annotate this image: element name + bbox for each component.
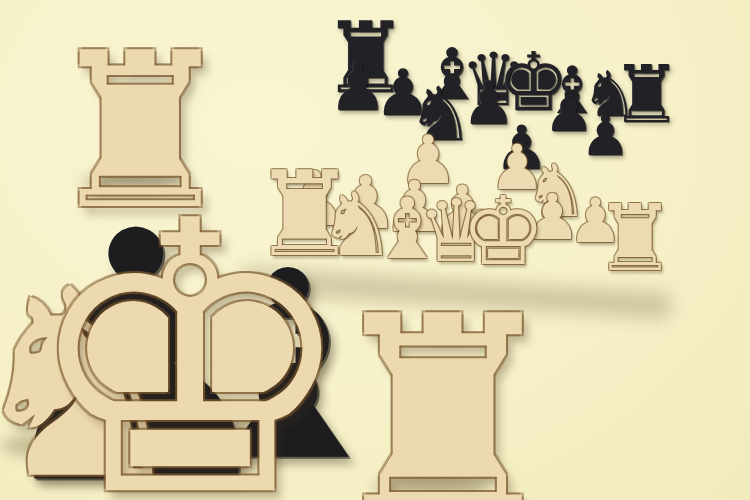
large-white-king: ♚ xyxy=(22,173,358,500)
large-white-rook-right: ♜ xyxy=(317,279,568,500)
piece-white-r-h1[interactable]: ♜ xyxy=(594,193,676,285)
photo-scene: ♜♝♛♚♟♝♟♞♜♟♟♞♟♟♟♟♞♟♟♟♟♟♟♜♞♝♛♚♜ ♜♞♟♚♝♜ xyxy=(0,0,750,500)
